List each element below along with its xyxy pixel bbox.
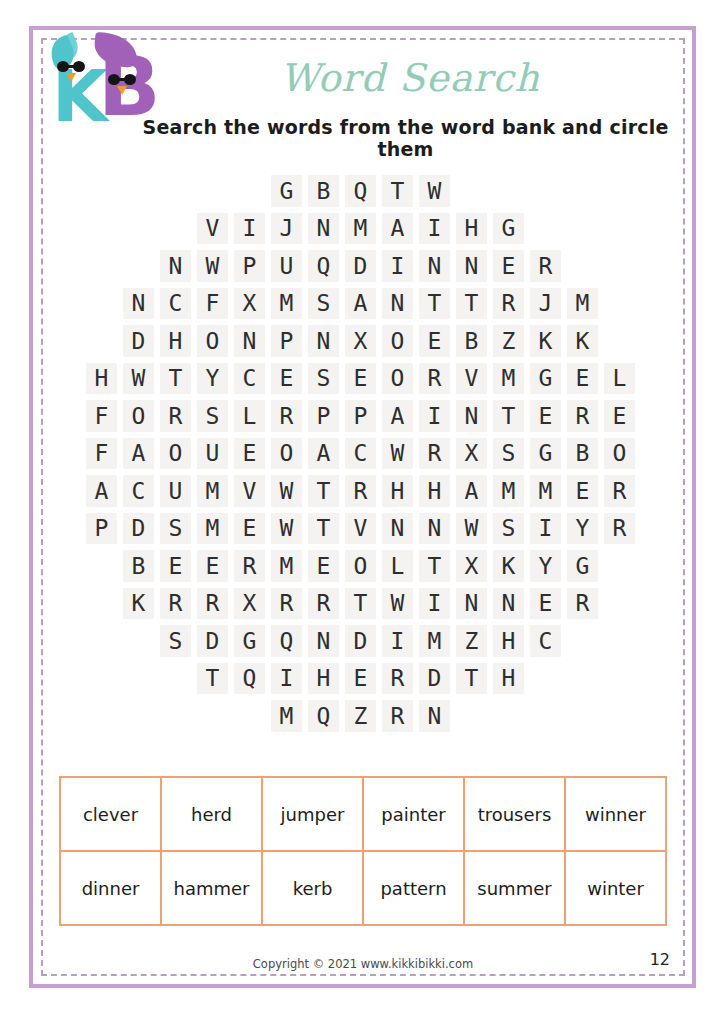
grid-cell-empty (83, 285, 120, 323)
grid-cell[interactable]: I (231, 210, 268, 248)
grid-cell-empty (83, 622, 120, 660)
grid-cell[interactable]: R (490, 285, 527, 323)
grid-cell[interactable]: A (342, 285, 379, 323)
grid-cell[interactable]: L (379, 547, 416, 585)
grid-cell[interactable]: I (416, 397, 453, 435)
grid-cell[interactable]: E (416, 322, 453, 360)
grid-cell[interactable]: S (305, 285, 342, 323)
grid-cell[interactable]: R (268, 585, 305, 623)
grid-cell[interactable]: B (305, 172, 342, 210)
grid-cell[interactable]: R (268, 397, 305, 435)
grid-cell[interactable]: W (268, 472, 305, 510)
grid-cell[interactable]: J (268, 210, 305, 248)
grid-cell-empty (601, 210, 638, 248)
grid-cell[interactable]: G (231, 622, 268, 660)
grid-cell[interactable]: M (564, 285, 601, 323)
grid-cell[interactable]: S (157, 622, 194, 660)
grid-cell[interactable]: N (453, 247, 490, 285)
grid-cell[interactable]: E (231, 510, 268, 548)
grid-cell[interactable]: X (342, 322, 379, 360)
grid-cell[interactable]: R (564, 585, 601, 623)
grid-cell[interactable]: V (342, 510, 379, 548)
grid-cell-empty (453, 697, 490, 735)
grid-cell-empty (157, 697, 194, 735)
grid-cell-empty (564, 172, 601, 210)
grid-cell-empty (157, 172, 194, 210)
grid-cell[interactable]: J (527, 285, 564, 323)
grid-cell-empty (564, 247, 601, 285)
grid-cell[interactable]: M (527, 472, 564, 510)
grid-cell[interactable]: S (194, 397, 231, 435)
grid-cell[interactable]: N (453, 585, 490, 623)
grid-cell-empty (564, 697, 601, 735)
grid-cell[interactable]: D (342, 622, 379, 660)
grid-cell-empty (601, 172, 638, 210)
grid-cell-empty (83, 172, 120, 210)
grid-cell[interactable]: E (601, 397, 638, 435)
grid-cell[interactable]: P (342, 397, 379, 435)
grid-cell[interactable]: G (527, 435, 564, 473)
grid-cell[interactable]: M (490, 472, 527, 510)
grid-cell[interactable]: Z (490, 322, 527, 360)
grid-cell[interactable]: E (527, 585, 564, 623)
grid-cell[interactable]: E (527, 397, 564, 435)
grid-cell-empty (601, 585, 638, 623)
grid-cell-empty (194, 697, 231, 735)
grid-cell[interactable]: D (120, 510, 157, 548)
grid-cell[interactable]: N (453, 397, 490, 435)
grid-cell[interactable]: U (268, 247, 305, 285)
grid-cell[interactable]: K (120, 585, 157, 623)
grid-cell[interactable]: P (268, 322, 305, 360)
grid-cell[interactable]: T (305, 510, 342, 548)
grid-cell-empty (564, 210, 601, 248)
page-number: 12 (650, 950, 670, 969)
grid-cell-empty (527, 210, 564, 248)
grid-cell[interactable]: R (601, 472, 638, 510)
grid-cell[interactable]: S (157, 510, 194, 548)
grid-cell[interactable]: B (453, 322, 490, 360)
grid-cell[interactable]: Z (453, 622, 490, 660)
grid-cell[interactable]: H (490, 622, 527, 660)
grid-cell[interactable]: E (490, 247, 527, 285)
grid-cell[interactable]: M (342, 210, 379, 248)
grid-cell[interactable]: V (453, 360, 490, 398)
grid-cell[interactable]: T (194, 660, 231, 698)
grid-cell[interactable]: N (416, 510, 453, 548)
grid-cell[interactable]: X (231, 285, 268, 323)
grid-cell[interactable]: A (120, 435, 157, 473)
grid-cell[interactable]: K (564, 322, 601, 360)
grid-cell[interactable]: R (157, 585, 194, 623)
word-bank-cell: dinner (60, 851, 161, 925)
grid-cell[interactable]: R (157, 397, 194, 435)
grid-cell[interactable]: R (379, 660, 416, 698)
grid-cell[interactable]: P (231, 247, 268, 285)
grid-cell[interactable]: R (527, 247, 564, 285)
grid-cell[interactable]: O (379, 322, 416, 360)
grid-cell[interactable]: I (379, 247, 416, 285)
grid-cell[interactable]: C (527, 622, 564, 660)
grid-cell[interactable]: X (231, 585, 268, 623)
grid-cell[interactable]: Y (564, 510, 601, 548)
grid-cell[interactable]: I (379, 622, 416, 660)
grid-cell-empty (527, 697, 564, 735)
grid-cell[interactable]: I (268, 660, 305, 698)
grid-cell[interactable]: Q (268, 622, 305, 660)
grid-cell[interactable]: R (305, 585, 342, 623)
grid-cell[interactable]: G (490, 210, 527, 248)
grid-cell-empty (120, 697, 157, 735)
grid-cell[interactable]: T (490, 397, 527, 435)
grid-cell[interactable]: W (379, 435, 416, 473)
word-bank-cell: pattern (363, 851, 464, 925)
grid-cell[interactable]: S (490, 510, 527, 548)
grid-cell[interactable]: M (268, 697, 305, 735)
word-bank-cell: winner (565, 777, 666, 851)
grid-cell[interactable]: M (490, 360, 527, 398)
grid-cell[interactable]: R (564, 397, 601, 435)
grid-cell[interactable]: H (305, 660, 342, 698)
grid-cell[interactable]: D (194, 622, 231, 660)
grid-cell-empty (83, 697, 120, 735)
grid-cell-empty (120, 247, 157, 285)
grid-cell[interactable]: A (453, 472, 490, 510)
grid-cell[interactable]: A (379, 397, 416, 435)
grid-cell[interactable]: X (453, 435, 490, 473)
grid-cell[interactable]: G (527, 360, 564, 398)
grid-cell[interactable]: Z (342, 697, 379, 735)
grid-cell[interactable]: W (453, 510, 490, 548)
grid-cell-empty (83, 247, 120, 285)
grid-cell[interactable]: E (231, 435, 268, 473)
grid-cell[interactable]: M (268, 285, 305, 323)
grid-cell[interactable]: H (416, 472, 453, 510)
grid-cell[interactable]: E (268, 360, 305, 398)
grid-cell[interactable]: A (379, 210, 416, 248)
grid-cell[interactable]: N (120, 285, 157, 323)
grid-cell[interactable]: I (527, 510, 564, 548)
grid-cell[interactable]: E (194, 547, 231, 585)
grid-cell-empty (601, 547, 638, 585)
grid-cell-empty (601, 697, 638, 735)
grid-cell[interactable]: L (601, 360, 638, 398)
grid-cell[interactable]: T (416, 285, 453, 323)
grid-cell[interactable]: P (83, 510, 120, 548)
grid-cell[interactable]: U (194, 435, 231, 473)
grid-cell[interactable]: M (268, 547, 305, 585)
grid-cell-empty (83, 547, 120, 585)
grid-cell[interactable]: K (490, 547, 527, 585)
grid-cell[interactable]: R (194, 585, 231, 623)
grid-cell[interactable]: F (83, 397, 120, 435)
grid-cell[interactable]: G (268, 172, 305, 210)
grid-cell[interactable]: N (305, 322, 342, 360)
copyright-text: Copyright © 2021 www.kikkibikki.com (0, 957, 726, 971)
grid-cell[interactable]: M (194, 510, 231, 548)
grid-cell[interactable]: N (305, 622, 342, 660)
grid-cell-empty (601, 322, 638, 360)
grid-cell[interactable]: T (379, 172, 416, 210)
grid-cell[interactable]: A (83, 472, 120, 510)
grid-cell-empty (157, 660, 194, 698)
grid-cell[interactable]: C (120, 472, 157, 510)
word-bank-cell: jumper (262, 777, 363, 851)
grid-cell[interactable]: Y (194, 360, 231, 398)
instruction-text: Search the words from the word bank and … (118, 116, 693, 160)
word-bank-cell: summer (464, 851, 565, 925)
grid-cell[interactable]: N (379, 510, 416, 548)
grid-cell[interactable]: C (231, 360, 268, 398)
grid-cell[interactable]: W (416, 172, 453, 210)
grid-cell[interactable]: R (416, 435, 453, 473)
grid-cell[interactable]: O (601, 435, 638, 473)
grid-cell[interactable]: P (305, 397, 342, 435)
grid-cell-empty (120, 210, 157, 248)
grid-cell[interactable]: H (83, 360, 120, 398)
grid-cell[interactable]: D (342, 247, 379, 285)
grid-cell[interactable]: R (342, 472, 379, 510)
grid-cell[interactable]: A (305, 435, 342, 473)
beak-icon (66, 73, 76, 82)
grid-cell[interactable]: V (231, 472, 268, 510)
grid-cell-empty (120, 172, 157, 210)
grid-cell[interactable]: W (194, 247, 231, 285)
grid-cell[interactable]: B (564, 435, 601, 473)
grid-cell[interactable]: T (416, 547, 453, 585)
grid-cell[interactable]: O (194, 322, 231, 360)
grid-cell[interactable]: V (194, 210, 231, 248)
grid-cell-empty (564, 660, 601, 698)
grid-cell-empty (490, 697, 527, 735)
word-bank-cell: kerb (262, 851, 363, 925)
grid-cell[interactable]: E (342, 660, 379, 698)
word-search-grid: GBQTWVIJNMAIHGNWPUQDINNERNCFXMSANTTRJMDH… (83, 172, 638, 735)
word-bank-row: cleverherdjumperpaintertrouserswinner (60, 777, 666, 851)
grid-cell-empty (83, 322, 120, 360)
grid-cell[interactable]: T (453, 285, 490, 323)
grid-cell[interactable]: C (342, 435, 379, 473)
grid-cell[interactable]: O (120, 397, 157, 435)
grid-cell[interactable]: E (157, 547, 194, 585)
grid-cell[interactable]: T (305, 472, 342, 510)
grid-cell[interactable]: O (157, 435, 194, 473)
grid-cell-empty (231, 697, 268, 735)
grid-cell-empty (527, 172, 564, 210)
grid-cell[interactable]: Y (527, 547, 564, 585)
grid-cell[interactable]: F (83, 435, 120, 473)
grid-cell[interactable]: O (342, 547, 379, 585)
grid-cell[interactable]: Q (305, 247, 342, 285)
grid-cell[interactable]: I (416, 210, 453, 248)
grid-cell[interactable]: R (379, 697, 416, 735)
grid-cell-empty (157, 210, 194, 248)
grid-cell[interactable]: T (342, 585, 379, 623)
grid-cell[interactable]: N (416, 247, 453, 285)
grid-cell-empty (527, 660, 564, 698)
grid-cell[interactable]: W (268, 510, 305, 548)
grid-cell[interactable]: N (305, 210, 342, 248)
grid-cell[interactable]: D (416, 660, 453, 698)
grid-cell-empty (564, 622, 601, 660)
word-bank-cell: herd (161, 777, 262, 851)
grid-cell[interactable]: E (342, 360, 379, 398)
grid-cell-empty (83, 210, 120, 248)
grid-cell[interactable]: M (194, 472, 231, 510)
grid-cell[interactable]: H (453, 210, 490, 248)
grid-cell[interactable]: Q (231, 660, 268, 698)
grid-cell[interactable]: T (453, 660, 490, 698)
grid-cell[interactable]: G (564, 547, 601, 585)
grid-cell-empty (601, 660, 638, 698)
grid-cell[interactable]: M (416, 622, 453, 660)
grid-cell[interactable]: C (157, 285, 194, 323)
word-bank-cell: painter (363, 777, 464, 851)
sunglasses-icon (57, 61, 85, 72)
grid-cell[interactable]: N (490, 585, 527, 623)
grid-cell[interactable]: R (416, 360, 453, 398)
grid-cell-empty (194, 172, 231, 210)
grid-cell[interactable]: N (157, 247, 194, 285)
grid-cell-empty (601, 622, 638, 660)
grid-cell[interactable]: X (453, 547, 490, 585)
word-bank-cell: winter (565, 851, 666, 925)
grid-cell[interactable]: Q (342, 172, 379, 210)
sunglasses-icon (108, 74, 136, 85)
grid-cell[interactable]: H (490, 660, 527, 698)
grid-cell[interactable]: N (231, 322, 268, 360)
grid-cell[interactable]: F (194, 285, 231, 323)
word-bank-cell: clever (60, 777, 161, 851)
grid-cell[interactable]: L (231, 397, 268, 435)
page-title: Word Search (170, 58, 650, 100)
grid-cell[interactable]: K (527, 322, 564, 360)
grid-cell[interactable]: U (157, 472, 194, 510)
grid-cell-empty (601, 285, 638, 323)
grid-cell[interactable]: B (120, 547, 157, 585)
grid-cell[interactable]: I (416, 585, 453, 623)
grid-cell[interactable]: N (416, 697, 453, 735)
grid-cell-empty (120, 660, 157, 698)
word-bank-row: dinnerhammerkerbpatternsummerwinter (60, 851, 666, 925)
word-bank-table: cleverherdjumperpaintertrouserswinnerdin… (59, 776, 667, 926)
grid-cell-empty (601, 247, 638, 285)
grid-cell[interactable]: R (231, 547, 268, 585)
grid-cell[interactable]: S (490, 435, 527, 473)
grid-cell[interactable]: D (120, 322, 157, 360)
grid-cell[interactable]: H (157, 322, 194, 360)
grid-cell[interactable]: E (564, 472, 601, 510)
grid-cell[interactable]: W (379, 585, 416, 623)
grid-cell-empty (83, 660, 120, 698)
grid-cell-empty (453, 172, 490, 210)
grid-cell[interactable]: H (379, 472, 416, 510)
word-bank-cell: hammer (161, 851, 262, 925)
grid-cell[interactable]: W (120, 360, 157, 398)
grid-cell-empty (231, 172, 268, 210)
beak-icon (117, 86, 127, 95)
grid-cell-empty (490, 172, 527, 210)
grid-cell[interactable]: O (268, 435, 305, 473)
grid-cell[interactable]: N (379, 285, 416, 323)
grid-cell-empty (83, 585, 120, 623)
grid-cell[interactable]: Q (305, 697, 342, 735)
grid-cell[interactable]: O (379, 360, 416, 398)
grid-cell[interactable]: T (157, 360, 194, 398)
word-bank-cell: trousers (464, 777, 565, 851)
grid-cell[interactable]: R (601, 510, 638, 548)
grid-cell[interactable]: E (305, 547, 342, 585)
grid-cell[interactable]: E (564, 360, 601, 398)
grid-cell[interactable]: S (305, 360, 342, 398)
grid-cell-empty (120, 622, 157, 660)
